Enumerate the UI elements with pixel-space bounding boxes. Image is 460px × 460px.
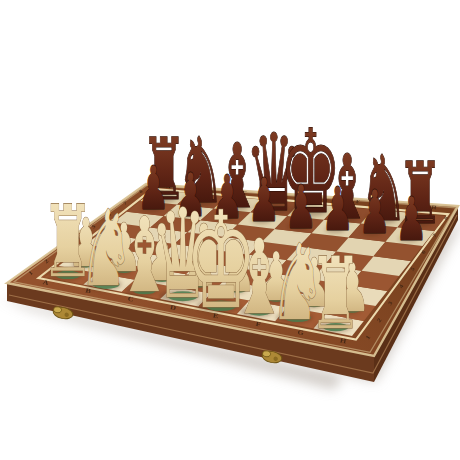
piece-glyph: ♜ [309,236,362,351]
white-rook-h1[interactable]: ♜ [309,236,362,351]
chess-board: ABCDEFGH1234567812345678ABCDEFGH♜♞♝♛♚♝♞♜… [0,0,460,460]
piece-glyph: ♟ [395,184,427,254]
piece-glyph: ♟ [358,178,390,248]
black-pawn-g7[interactable]: ♟ [358,178,390,248]
piece-glyph: ♟ [322,175,354,245]
black-pawn-h7[interactable]: ♟ [395,184,427,254]
black-pawn-f7[interactable]: ♟ [322,175,354,245]
chess-set-photo: ABCDEFGH1234567812345678ABCDEFGH♜♞♝♛♚♝♞♜… [0,0,460,460]
